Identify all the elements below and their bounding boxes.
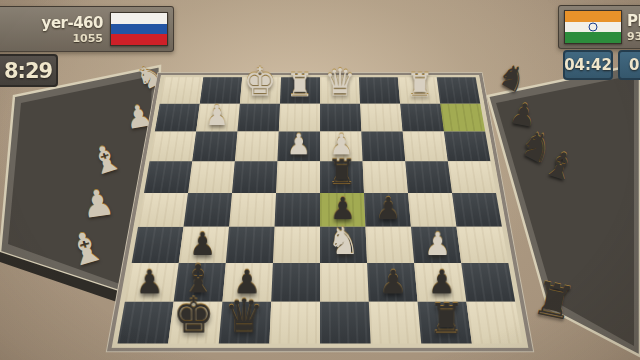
flag-stripe: [111, 24, 167, 35]
black-king-g8[interactable]: ♚: [168, 291, 219, 340]
board-square[interactable]: [461, 263, 515, 302]
captured-white-pawn: ♟: [80, 184, 117, 224]
clock-left: 8:29: [0, 54, 58, 87]
board-square[interactable]: [232, 161, 277, 193]
board-square[interactable]: [118, 302, 174, 344]
clock-right-primary: 04:42: [563, 50, 613, 80]
russia-flag: [110, 12, 168, 46]
black-rook-b8[interactable]: ♜: [421, 298, 472, 341]
board-square[interactable]: ♚: [240, 77, 281, 103]
black-pawn-h7[interactable]: ♟: [125, 266, 174, 299]
black-pawn-c7[interactable]: ♟: [369, 266, 418, 299]
flag-stripe: [565, 11, 621, 22]
board-square[interactable]: [235, 132, 279, 162]
board-square[interactable]: [400, 104, 444, 132]
player-right-name: Pla: [627, 12, 640, 30]
board-square[interactable]: ♜: [398, 77, 440, 103]
board-square[interactable]: [403, 132, 448, 162]
board-square[interactable]: ♛: [320, 77, 360, 103]
board-square[interactable]: [132, 227, 184, 263]
board-square[interactable]: [144, 161, 192, 193]
board-square[interactable]: [437, 77, 481, 103]
board-square[interactable]: [466, 302, 522, 344]
board-square[interactable]: [408, 193, 456, 227]
board-square[interactable]: [320, 302, 371, 344]
board-square[interactable]: [276, 161, 320, 193]
board-square[interactable]: ♟: [277, 132, 320, 162]
board-square[interactable]: [269, 302, 320, 344]
flag-stripe: [111, 13, 167, 24]
board-square[interactable]: [273, 227, 320, 263]
board-square[interactable]: [226, 227, 275, 263]
player-left-rating: 1055: [72, 32, 103, 45]
board-square[interactable]: ♛: [219, 302, 271, 344]
white-queen-d1[interactable]: ♛: [320, 64, 360, 102]
player-left-name: yer-460: [42, 14, 103, 32]
board-square[interactable]: ♟: [367, 263, 417, 302]
ashoka-chakra-icon: [589, 23, 598, 32]
white-rook-e1[interactable]: ♜: [280, 69, 320, 102]
board-grid: ♚♜♛♜♟♟♟♜♟♟♟♞♟♟♝♟♟♟♚♛♜: [112, 75, 529, 348]
black-pawn-g6[interactable]: ♟: [179, 228, 226, 260]
player-right-rating: 934: [627, 30, 640, 43]
board-square[interactable]: [444, 132, 491, 162]
board-square[interactable]: [184, 193, 232, 227]
board-square[interactable]: ♟: [196, 104, 240, 132]
board-square[interactable]: ♜: [280, 77, 320, 103]
board-square[interactable]: ♟: [364, 193, 411, 227]
board-square[interactable]: [363, 161, 408, 193]
black-pawn-c5[interactable]: ♟: [365, 193, 411, 224]
board-square[interactable]: [150, 132, 197, 162]
board-square[interactable]: [192, 132, 237, 162]
board-square[interactable]: [360, 104, 403, 132]
white-rook-b1[interactable]: ♜: [400, 69, 440, 102]
board-square[interactable]: [448, 161, 496, 193]
player-panel-right: Pla 934: [558, 5, 640, 49]
india-flag: [564, 10, 622, 44]
white-king-f1[interactable]: ♚: [240, 62, 280, 101]
board-square[interactable]: [275, 193, 320, 227]
board-square[interactable]: [456, 227, 508, 263]
white-knight-d6[interactable]: ♞: [320, 222, 367, 260]
board-square[interactable]: [138, 193, 188, 227]
black-rook-d4[interactable]: ♜: [320, 155, 364, 190]
board-square[interactable]: [405, 161, 452, 193]
black-queen-f8[interactable]: ♛: [219, 293, 270, 340]
app-background: ♞♟♝♟♝ ♞♟♞♝♜ ♚♜♛♜♟♟♟♜♟♟♟♞♟♟♝♟♟♟♚♛♜ yer-46…: [0, 0, 640, 360]
flag-stripe: [565, 32, 621, 43]
white-pawn-g2[interactable]: ♟: [196, 101, 237, 129]
board-square[interactable]: ♚: [168, 302, 222, 344]
board-square[interactable]: [229, 193, 276, 227]
white-pawn-e3[interactable]: ♟: [277, 130, 320, 159]
board-square[interactable]: ♜: [320, 161, 364, 193]
board-square[interactable]: [359, 77, 400, 103]
player-panel-left: yer-460 1055: [0, 6, 174, 52]
board-square[interactable]: ♞: [320, 227, 367, 263]
white-pawn-b6[interactable]: ♟: [414, 228, 461, 260]
flag-stripe: [111, 34, 167, 45]
chess-board: ♚♜♛♜♟♟♟♜♟♟♟♞♟♟♝♟♟♟♚♛♜: [112, 75, 529, 348]
board-square[interactable]: [369, 302, 421, 344]
board-square[interactable]: [452, 193, 502, 227]
board-square-highlighted[interactable]: [440, 104, 485, 132]
board-square[interactable]: [361, 132, 405, 162]
board-square[interactable]: ♟: [411, 227, 461, 263]
board-square[interactable]: [160, 77, 204, 103]
board-square[interactable]: [237, 104, 280, 132]
board-square[interactable]: [365, 227, 414, 263]
board-square[interactable]: [320, 263, 369, 302]
board-square[interactable]: [155, 104, 200, 132]
board-square[interactable]: [271, 263, 320, 302]
clock-right-secondary: 0: [618, 50, 640, 80]
board-square[interactable]: [188, 161, 235, 193]
board-square[interactable]: ♜: [418, 302, 472, 344]
